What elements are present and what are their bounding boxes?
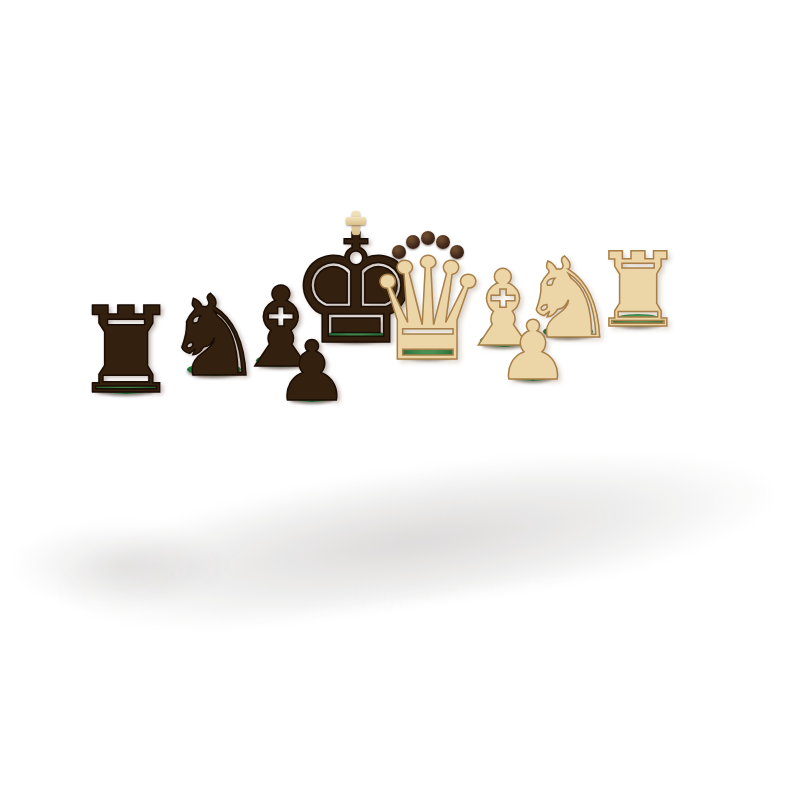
latch-screw: [536, 429, 542, 436]
carved-circle: [545, 392, 594, 444]
carved-circle: [204, 496, 260, 552]
carved-circle: [703, 371, 749, 421]
brass-latch: [485, 421, 560, 509]
carved-circle: [38, 360, 47, 419]
carved-circle: [196, 439, 252, 495]
latch-hook-stem: [519, 463, 529, 480]
carved-circle: [605, 437, 653, 488]
rank-label-right-4: 4: [749, 297, 779, 313]
carved-circle: [441, 461, 492, 514]
rank-label-right-3: 3: [741, 312, 771, 328]
board-edge: [31, 327, 73, 358]
board-edge: [739, 363, 751, 369]
box-shadow-left: [10, 520, 230, 610]
board-edge: [628, 372, 678, 384]
carved-circle: [791, 343, 799, 388]
file-label-text: F: [601, 373, 613, 380]
carved-circle: [59, 451, 67, 498]
board-edge: [747, 340, 764, 354]
carved-circle: [780, 307, 789, 355]
carved-circle: [258, 431, 313, 486]
board-edge: [771, 297, 789, 312]
carved-circle: [24, 357, 41, 467]
carved-circle-band: [756, 343, 799, 461]
board-edge: [56, 432, 91, 453]
carved-circle: [756, 410, 767, 461]
square-g1: [635, 347, 690, 367]
carved-circle: [318, 423, 371, 477]
carved-circle: [77, 514, 135, 571]
carved-circle: [758, 344, 769, 396]
rank-label-text: 2: [741, 333, 754, 337]
carved-circle: [599, 385, 647, 436]
carved-circle: [658, 430, 705, 481]
file-label-text: H: [696, 361, 708, 368]
file-label-text: A: [207, 419, 231, 430]
board-edge: [91, 440, 163, 458]
board-edge: [713, 292, 760, 300]
carved-circle: [764, 395, 774, 445]
carved-circle: [51, 414, 59, 467]
pieces-layer: ♜♞♝♟♚♛♝♟♞♜: [0, 0, 800, 800]
chess-set-photo: 44332211ABCDEFGH ♜♞♝♟♚♛♝♟♞♜: [0, 0, 800, 800]
board-edge: [755, 326, 772, 341]
board-edge: [763, 312, 781, 327]
rank-label-text: 4: [757, 304, 770, 308]
file-label-c: C: [367, 389, 450, 413]
carved-circle: [28, 323, 38, 385]
board-edge: [742, 353, 757, 364]
carved-circle: [786, 296, 795, 343]
square-h1: [683, 343, 733, 362]
board-edge: [575, 378, 631, 391]
latch-hook-ball: [517, 475, 533, 492]
carved-circle-band: [24, 357, 76, 567]
rank-label-text: 3: [749, 318, 762, 322]
carved-circle: [134, 447, 191, 503]
file-label-text: G: [651, 366, 664, 373]
carved-circle: [709, 422, 755, 472]
carved-circle: [765, 331, 775, 381]
latch-lower-plate: [499, 462, 557, 506]
square-h3: [698, 314, 749, 332]
rank-label-right-1: 1: [725, 341, 754, 357]
rank-label-text: 1: [734, 347, 747, 351]
rank-label-right-2: 2: [733, 327, 763, 343]
carved-circle: [49, 438, 62, 526]
latch-screw: [505, 492, 512, 499]
carved-circle: [384, 470, 436, 524]
carved-circle: [142, 505, 199, 562]
carved-circle: [490, 399, 540, 451]
square-h2: [690, 329, 741, 348]
carved-circle: [651, 378, 698, 428]
board-edge: [366, 402, 447, 420]
latch-hasp-loop: [509, 430, 543, 471]
carved-circle-band: [77, 422, 754, 572]
board-edge: [717, 364, 742, 372]
border-corner: [87, 423, 161, 448]
carved-circle: [434, 407, 485, 460]
carved-circle: [61, 484, 72, 557]
piece-white-rook[interactable]: ♜: [592, 239, 684, 342]
carved-circle: [265, 487, 319, 542]
carved-circle: [771, 381, 781, 430]
box-shadow: [49, 421, 780, 650]
carved-circle-band: [28, 323, 67, 499]
box-right-side: [748, 291, 800, 468]
box-lid-seam: [69, 415, 754, 522]
carved-circle: [40, 404, 54, 503]
file-label-g: G: [630, 362, 683, 379]
carved-circle: [773, 319, 783, 368]
board-edge: [757, 291, 783, 298]
board-edge: [162, 425, 273, 448]
board-edge: [28, 315, 67, 329]
carved-circle: [55, 434, 63, 484]
latch-upper-plate: [491, 422, 549, 466]
carved-circle: [69, 456, 128, 513]
box-left-side: [20, 316, 78, 576]
board-edge: [675, 367, 720, 378]
carved-circle: [325, 478, 378, 533]
file-label-f: F: [577, 367, 635, 385]
file-label-text: C: [401, 396, 419, 405]
carved-circle: [749, 358, 760, 411]
border-corner: [720, 354, 747, 367]
carved-circle-band: [749, 296, 794, 412]
carved-circle: [785, 355, 794, 401]
carved-circle: [778, 368, 787, 416]
carved-circle: [66, 500, 77, 567]
latch-screw: [495, 432, 502, 439]
board-edge: [779, 291, 792, 297]
file-label-h: H: [678, 357, 726, 373]
carved-circle: [56, 464, 68, 544]
latch-screw: [543, 488, 549, 495]
carved-circle: [497, 453, 547, 506]
carved-circle: [377, 415, 429, 469]
carved-circle: [45, 390, 54, 446]
square-h4: [705, 298, 757, 316]
carved-circle: [552, 445, 601, 497]
board-edge: [60, 449, 92, 462]
